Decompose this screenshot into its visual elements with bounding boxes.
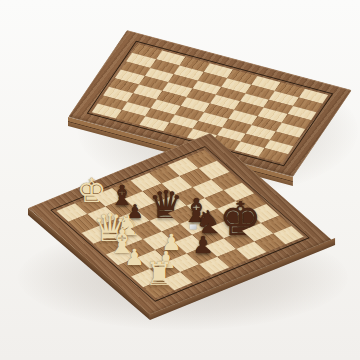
product-photo-scene: ♚♝♟♛♞♛♝♝♟♟♞♟♟♚♜ <box>0 0 360 360</box>
product-label-tag <box>190 225 197 230</box>
